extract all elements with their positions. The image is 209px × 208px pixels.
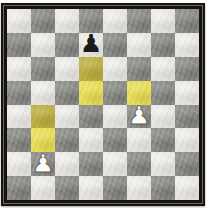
square-b5[interactable] [31,81,55,105]
square-c2[interactable] [55,152,79,176]
square-f7[interactable] [127,33,151,57]
square-h6[interactable] [175,57,199,81]
square-a4[interactable] [7,105,31,129]
square-g5[interactable] [151,81,175,105]
square-e6[interactable] [103,57,127,81]
square-f1[interactable] [127,176,151,200]
square-c1[interactable] [55,176,79,200]
square-h1[interactable] [175,176,199,200]
square-b7[interactable] [31,33,55,57]
square-d6[interactable] [79,57,103,81]
square-e8[interactable] [103,9,127,33]
square-f6[interactable] [127,57,151,81]
square-d8[interactable] [79,9,103,33]
square-h2[interactable] [175,152,199,176]
square-c6[interactable] [55,57,79,81]
square-g8[interactable] [151,9,175,33]
square-g6[interactable] [151,57,175,81]
square-d1[interactable] [79,176,103,200]
square-e5[interactable] [103,81,127,105]
square-a8[interactable] [7,9,31,33]
board-frame: ♟♟♟ [1,3,205,206]
square-b1[interactable] [31,176,55,200]
square-f8[interactable] [127,9,151,33]
square-g2[interactable] [151,152,175,176]
square-c5[interactable] [55,81,79,105]
square-b8[interactable] [31,9,55,33]
square-a2[interactable] [7,152,31,176]
square-d4[interactable] [79,105,103,129]
square-h4[interactable] [175,105,199,129]
square-c7[interactable] [55,33,79,57]
square-d3[interactable] [79,128,103,152]
square-h8[interactable] [175,9,199,33]
square-g4[interactable] [151,105,175,129]
square-e1[interactable] [103,176,127,200]
square-h5[interactable] [175,81,199,105]
board-inner-line: ♟♟♟ [3,5,203,204]
square-h7[interactable] [175,33,199,57]
chess-diagram: ♟♟♟ [0,0,209,208]
square-c4[interactable] [55,105,79,129]
square-f5[interactable] [127,81,151,105]
square-a3[interactable] [7,128,31,152]
square-g3[interactable] [151,128,175,152]
square-f4[interactable]: ♟ [127,105,151,129]
square-h3[interactable] [175,128,199,152]
square-c8[interactable] [55,9,79,33]
square-f3[interactable] [127,128,151,152]
square-b4[interactable] [31,105,55,129]
square-b3[interactable] [31,128,55,152]
square-d7[interactable]: ♟ [79,33,103,57]
square-f2[interactable] [127,152,151,176]
square-e4[interactable] [103,105,127,129]
black-pawn[interactable]: ♟ [80,33,102,56]
square-a5[interactable] [7,81,31,105]
square-b6[interactable] [31,57,55,81]
square-a6[interactable] [7,57,31,81]
board-grid: ♟♟♟ [7,9,199,200]
square-a1[interactable] [7,176,31,200]
square-g1[interactable] [151,176,175,200]
white-pawn[interactable]: ♟ [128,105,150,128]
square-d5[interactable] [79,81,103,105]
square-e7[interactable] [103,33,127,57]
square-e2[interactable] [103,152,127,176]
square-d2[interactable] [79,152,103,176]
square-g7[interactable] [151,33,175,57]
white-pawn[interactable]: ♟ [32,152,54,175]
square-a7[interactable] [7,33,31,57]
square-c3[interactable] [55,128,79,152]
square-e3[interactable] [103,128,127,152]
square-b2[interactable]: ♟ [31,152,55,176]
